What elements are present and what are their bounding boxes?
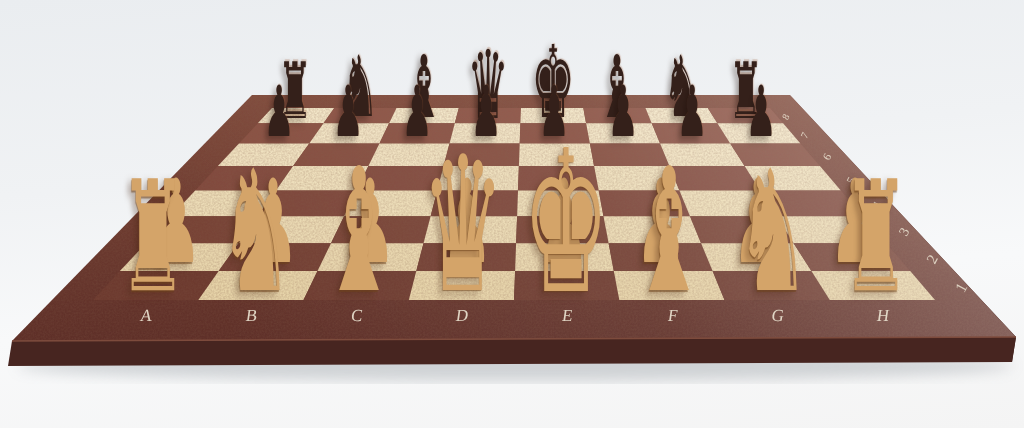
piece-white-bishop-f1[interactable]: ♝ (631, 129, 707, 334)
piece-white-bishop-c1[interactable]: ♝ (322, 129, 398, 334)
piece-white-king-e1[interactable]: ♚ (522, 104, 609, 340)
piece-white-queen-d1[interactable]: ♛ (421, 114, 504, 339)
piece-white-knight-g1[interactable]: ♞ (735, 132, 809, 334)
piece-white-rook-h1[interactable]: ♜ (842, 146, 910, 330)
chess-photo-scene: ABCDEFGH87654321 ♜♞♝♛♚♝♞♜♟♟♟♟♟♟♟♟♟♟♟♟♟♟♟… (0, 0, 1024, 428)
piece-white-rook-a1[interactable]: ♜ (119, 146, 187, 330)
piece-white-knight-b1[interactable]: ♞ (219, 132, 293, 334)
pieces-layer: ♜♞♝♛♚♝♞♜♟♟♟♟♟♟♟♟♟♟♟♟♟♟♟♟♜♞♝♛♚♝♞♜ (0, 0, 1024, 428)
